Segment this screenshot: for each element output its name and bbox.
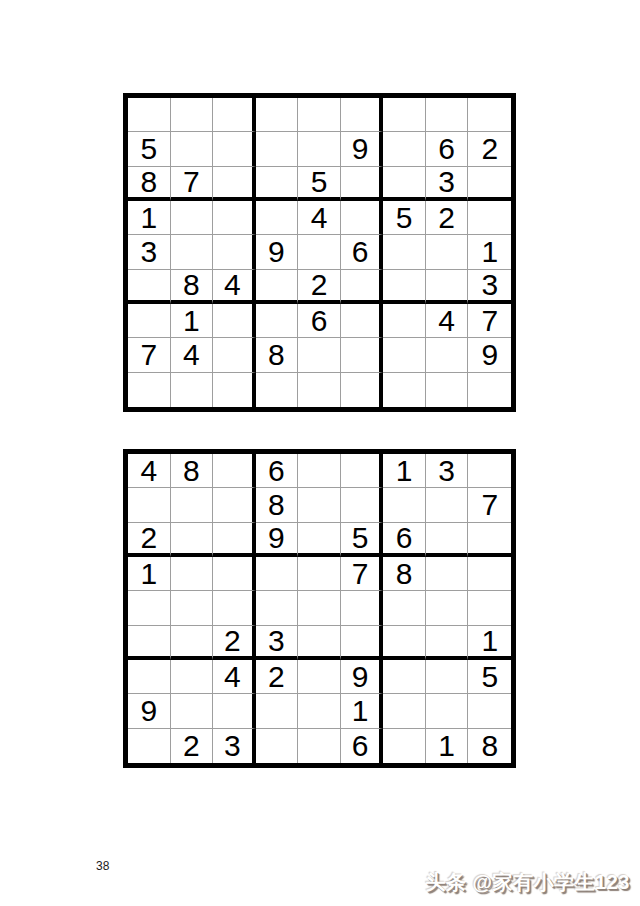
sudoku-cell-r4c6: 7 [341,557,384,591]
sudoku-cell-r1c4: 6 [256,454,299,488]
sudoku-cell-r5c8[interactable] [426,591,469,625]
sudoku-cell-r1c9[interactable] [468,98,511,132]
sudoku-cell-r1c1: 4 [128,454,171,488]
sudoku-cell-r7c8[interactable] [426,660,469,694]
sudoku-cell-r1c5[interactable] [298,98,341,132]
sudoku-cell-r4c3[interactable] [213,201,256,235]
sudoku-cell-r9c7[interactable] [383,373,426,407]
sudoku-cell-r3c6: 5 [341,523,384,557]
sudoku-cell-r4c9[interactable] [468,201,511,235]
sudoku-cell-r1c9[interactable] [468,454,511,488]
sudoku-cell-r4c2[interactable] [171,201,214,235]
sudoku-cell-r3c5[interactable] [298,523,341,557]
sudoku-cell-r5c2[interactable] [171,591,214,625]
sudoku-cell-r6c4: 3 [256,626,299,660]
sudoku-cell-r7c2: 1 [171,304,214,338]
sudoku-cell-r1c5[interactable] [298,454,341,488]
sudoku-cell-r9c5[interactable] [298,729,341,763]
sudoku-cell-r6c6[interactable] [341,626,384,660]
sudoku-cell-r4c2[interactable] [171,557,214,591]
sudoku-cell-r2c5[interactable] [298,132,341,166]
sudoku-cell-r3c7[interactable] [383,167,426,201]
sudoku-cell-r5c6[interactable] [341,591,384,625]
sudoku-cell-r3c3[interactable] [213,167,256,201]
sudoku-cell-r6c6[interactable] [341,270,384,304]
watermark: 头条 @家有小学生123 [426,869,630,896]
sudoku-cell-r9c4[interactable] [256,373,299,407]
sudoku-cell-r3c8[interactable] [426,523,469,557]
sudoku-cell-r4c4[interactable] [256,557,299,591]
sudoku-cell-r7c5[interactable] [298,660,341,694]
sudoku-cell-r5c3[interactable] [213,235,256,269]
sudoku-cell-r3c8: 3 [426,167,469,201]
sudoku-cell-r8c8[interactable] [426,338,469,372]
sudoku-cell-r7c7[interactable] [383,304,426,338]
sudoku-cell-r7c2[interactable] [171,660,214,694]
sudoku-cell-r7c9: 5 [468,660,511,694]
sudoku-cell-r4c7: 8 [383,557,426,591]
sudoku-cell-r4c9[interactable] [468,557,511,591]
sudoku-cell-r3c7: 6 [383,523,426,557]
sudoku-cell-r6c9: 1 [468,626,511,660]
sudoku-cell-r1c2[interactable] [171,98,214,132]
sudoku-cell-r8c4: 8 [256,338,299,372]
sudoku-cell-r1c3[interactable] [213,98,256,132]
sudoku-cell-r2c6: 9 [341,132,384,166]
sudoku-cell-r5c8[interactable] [426,235,469,269]
sudoku-cell-r5c4: 9 [256,235,299,269]
sudoku-cell-r5c9: 1 [468,235,511,269]
sudoku-cell-r5c1[interactable] [128,591,171,625]
sudoku-cell-r1c6[interactable] [341,98,384,132]
sudoku-cell-r6c1[interactable] [128,626,171,660]
sudoku-cell-r8c6: 1 [341,694,384,728]
sudoku-cell-r4c6[interactable] [341,201,384,235]
sudoku-cell-r2c3[interactable] [213,488,256,522]
sudoku-cell-r3c9[interactable] [468,167,511,201]
sudoku-cell-r4c5: 4 [298,201,341,235]
sudoku-cell-r2c1[interactable] [128,488,171,522]
sudoku-cell-r2c8[interactable] [426,488,469,522]
sudoku-cell-r6c1[interactable] [128,270,171,304]
sudoku-cell-r4c3[interactable] [213,557,256,591]
sudoku-cell-r2c7[interactable] [383,488,426,522]
sudoku-cell-r7c9: 7 [468,304,511,338]
sudoku-cell-r2c4[interactable] [256,132,299,166]
sudoku-cell-r9c8[interactable] [426,373,469,407]
sudoku-cell-r2c1: 5 [128,132,171,166]
sudoku-cell-r1c8: 3 [426,454,469,488]
sudoku-cell-r9c6[interactable] [341,373,384,407]
sudoku-cell-r1c2: 8 [171,454,214,488]
sudoku-cell-r8c9[interactable] [468,694,511,728]
sudoku-cell-r2c9: 7 [468,488,511,522]
sudoku-cell-r2c9: 2 [468,132,511,166]
sudoku-cell-r3c2[interactable] [171,523,214,557]
sudoku-cell-r1c1[interactable] [128,98,171,132]
sudoku-cell-r7c6[interactable] [341,304,384,338]
sudoku-cell-r7c5: 6 [298,304,341,338]
sudoku-cell-r3c1: 8 [128,167,171,201]
sudoku-cell-r6c4[interactable] [256,270,299,304]
sudoku-cell-r4c8[interactable] [426,557,469,591]
sudoku-cell-r4c1: 1 [128,201,171,235]
sudoku-cell-r6c8[interactable] [426,270,469,304]
sudoku-cell-r8c4[interactable] [256,694,299,728]
sudoku-cell-r9c8: 1 [426,729,469,763]
sudoku-cell-r2c5[interactable] [298,488,341,522]
sudoku-cell-r6c3: 2 [213,626,256,660]
sudoku-cell-r6c7[interactable] [383,626,426,660]
sudoku-cell-r7c4: 2 [256,660,299,694]
sudoku-cell-r8c5[interactable] [298,338,341,372]
sudoku-cell-r5c9[interactable] [468,591,511,625]
sudoku-grid-bottom: 4861387295617823142959123618 [123,449,516,768]
sudoku-cell-r3c1: 2 [128,523,171,557]
sudoku-cell-r6c8[interactable] [426,626,469,660]
sudoku-cell-r9c6: 6 [341,729,384,763]
sudoku-cell-r8c3[interactable] [213,338,256,372]
sudoku-cell-r6c5[interactable] [298,626,341,660]
sudoku-cell-r1c8[interactable] [426,98,469,132]
sudoku-cell-r6c7[interactable] [383,270,426,304]
sudoku-cell-r7c4[interactable] [256,304,299,338]
sudoku-cell-r8c7[interactable] [383,694,426,728]
sudoku-cell-r9c1[interactable] [128,373,171,407]
sudoku-cell-r3c2: 7 [171,167,214,201]
sudoku-cell-r8c9: 9 [468,338,511,372]
sudoku-cell-r4c7: 5 [383,201,426,235]
sudoku-cell-r8c1: 9 [128,694,171,728]
sudoku-cell-r7c1[interactable] [128,660,171,694]
sudoku-cell-r5c5[interactable] [298,591,341,625]
sudoku-cell-r4c8: 2 [426,201,469,235]
sudoku-cell-r7c3[interactable] [213,304,256,338]
sudoku-cell-r3c6[interactable] [341,167,384,201]
sudoku-cell-r9c9: 8 [468,729,511,763]
sudoku-cell-r9c5[interactable] [298,373,341,407]
sudoku-cell-r6c5: 2 [298,270,341,304]
sudoku-cell-r7c6: 9 [341,660,384,694]
sudoku-cell-r8c2[interactable] [171,694,214,728]
sudoku-cell-r5c5[interactable] [298,235,341,269]
sudoku-cell-r6c9: 3 [468,270,511,304]
sudoku-cell-r9c1[interactable] [128,729,171,763]
sudoku-cell-r3c4: 9 [256,523,299,557]
sudoku-cell-r7c8: 4 [426,304,469,338]
sudoku-cell-r9c2: 2 [171,729,214,763]
page-number: 38 [96,859,109,873]
sudoku-cell-r1c7[interactable] [383,98,426,132]
sudoku-cell-r5c3[interactable] [213,591,256,625]
sudoku-cell-r5c1: 3 [128,235,171,269]
sudoku-cell-r9c3[interactable] [213,373,256,407]
sudoku-cell-r7c7[interactable] [383,660,426,694]
sudoku-cell-r6c2: 8 [171,270,214,304]
sudoku-cell-r5c2[interactable] [171,235,214,269]
sudoku-cell-r7c3: 4 [213,660,256,694]
sudoku-cell-r2c2[interactable] [171,488,214,522]
sudoku-cell-r7c1[interactable] [128,304,171,338]
sudoku-cell-r2c4: 8 [256,488,299,522]
sudoku-cell-r5c6: 6 [341,235,384,269]
sudoku-cell-r1c7: 1 [383,454,426,488]
sudoku-cell-r2c8: 6 [426,132,469,166]
sudoku-cell-r8c3[interactable] [213,694,256,728]
sudoku-cell-r9c3: 3 [213,729,256,763]
sudoku-cell-r1c4[interactable] [256,98,299,132]
sudoku-cell-r8c2: 4 [171,338,214,372]
sudoku-cell-r6c2[interactable] [171,626,214,660]
sudoku-cell-r5c7[interactable] [383,591,426,625]
sudoku-cell-r2c2[interactable] [171,132,214,166]
sudoku-cell-r9c4[interactable] [256,729,299,763]
sudoku-cell-r3c9[interactable] [468,523,511,557]
sudoku-cell-r2c7[interactable] [383,132,426,166]
sudoku-cell-r4c4[interactable] [256,201,299,235]
sudoku-cell-r4c1: 1 [128,557,171,591]
sudoku-cell-r3c4[interactable] [256,167,299,201]
sudoku-cell-r5c4[interactable] [256,591,299,625]
sudoku-cell-r8c6[interactable] [341,338,384,372]
sudoku-cell-r8c5[interactable] [298,694,341,728]
sudoku-cell-r5c7[interactable] [383,235,426,269]
sudoku-cell-r8c1: 7 [128,338,171,372]
sudoku-cell-r8c8[interactable] [426,694,469,728]
sudoku-cell-r1c6[interactable] [341,454,384,488]
sudoku-cell-r2c3[interactable] [213,132,256,166]
sudoku-cell-r9c9[interactable] [468,373,511,407]
sudoku-cell-r3c3[interactable] [213,523,256,557]
sudoku-cell-r8c7[interactable] [383,338,426,372]
sudoku-cell-r9c2[interactable] [171,373,214,407]
sudoku-cell-r4c5[interactable] [298,557,341,591]
sudoku-cell-r6c3: 4 [213,270,256,304]
sudoku-cell-r2c6[interactable] [341,488,384,522]
sudoku-cell-r9c7[interactable] [383,729,426,763]
sudoku-grid-top: 5962875314523961842316477489 [123,93,516,412]
sudoku-cell-r3c5: 5 [298,167,341,201]
sudoku-cell-r1c3[interactable] [213,454,256,488]
